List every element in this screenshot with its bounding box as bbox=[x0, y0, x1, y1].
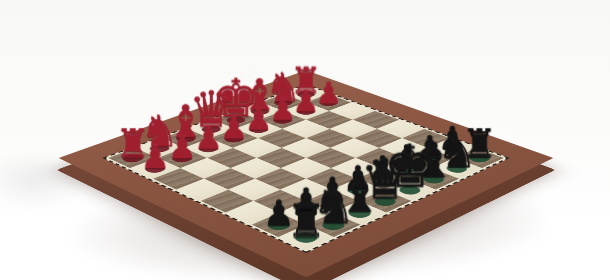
chess-set-photo: ♜♞♝♛♚♝♞♜♟♟♟♟♟♟♟♟♜♞♝♛♚♝♞♜♟♟♟♟♟♟♟♟ bbox=[0, 0, 610, 280]
pawn-glyph: ♟ bbox=[220, 112, 248, 143]
rook-glyph: ♜ bbox=[286, 198, 326, 243]
pawn-glyph: ♟ bbox=[269, 94, 296, 124]
pawn-glyph: ♟ bbox=[141, 141, 170, 173]
pawn-glyph: ♟ bbox=[168, 131, 197, 163]
pawn-glyph: ♟ bbox=[293, 86, 320, 116]
pawn-glyph: ♟ bbox=[194, 121, 222, 153]
pawn-glyph: ♟ bbox=[315, 78, 341, 107]
pawn-glyph: ♟ bbox=[245, 103, 272, 134]
